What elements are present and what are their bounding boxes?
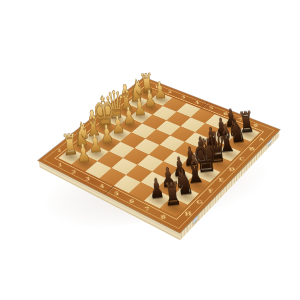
board-grid: ♜♟♟♜♞♟♟♞♝♟♟♝♛♟♟♛♚♟♟♚♝♟♟♝♞♟♟♞♜♟♟♜	[58, 87, 260, 216]
square-h2: ♟	[72, 155, 98, 172]
perspective-scene: 12345678 12345678 87654321 ABCDEFGH ♜♟♟♜…	[0, 0, 300, 300]
product-photo-canvas: 12345678 12345678 87654321 ABCDEFGH ♜♟♟♜…	[0, 0, 300, 300]
camera-tilt-wrapper: 12345678 12345678 87654321 ABCDEFGH ♜♟♟♜…	[0, 0, 300, 300]
chess-board: 12345678 12345678 87654321 ABCDEFGH ♜♟♟♜…	[39, 77, 280, 232]
piece-black-rook: ♜	[162, 178, 182, 211]
clasp-icon	[193, 215, 198, 225]
clasp-icon	[267, 139, 271, 148]
piece-white-pawn: ♟	[75, 141, 91, 167]
